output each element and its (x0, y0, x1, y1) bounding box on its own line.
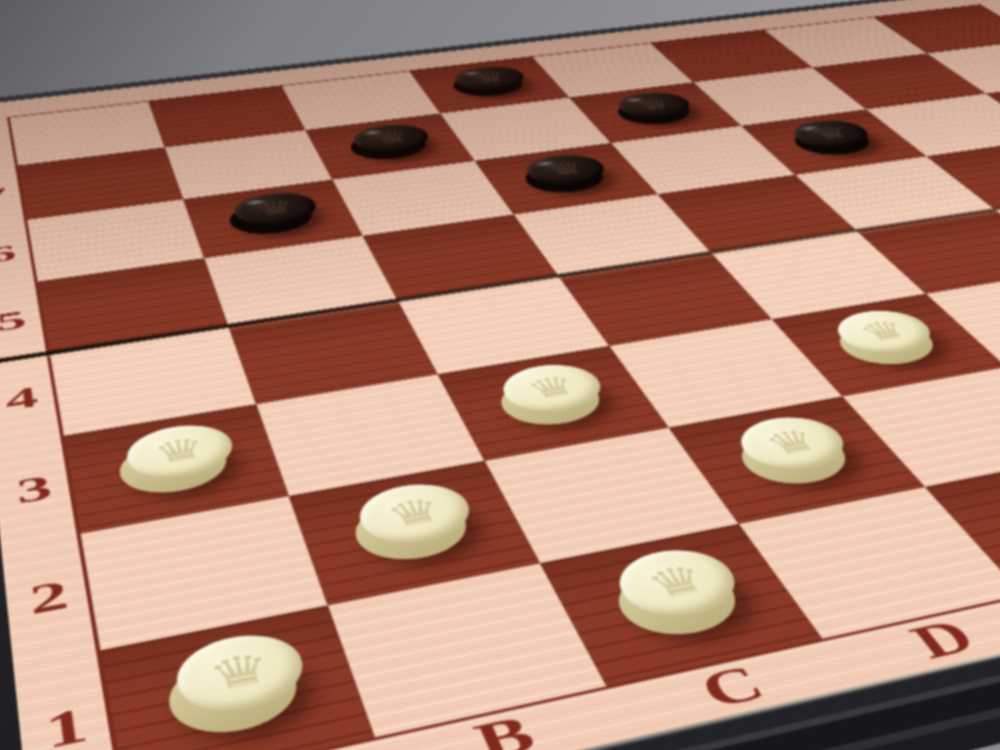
piece-top-face: ♛ (783, 117, 880, 151)
crown-engraving-icon: ♛ (251, 197, 300, 219)
black-piece-d6: ♛ (517, 159, 613, 197)
crown-engraving-icon: ♛ (541, 159, 591, 179)
piece-top-face: ♛ (605, 542, 752, 625)
rank-label-3: 3 (14, 468, 54, 512)
white-piece-c3: ♛ (490, 371, 612, 431)
black-piece-c7: ♛ (344, 128, 433, 163)
rank-label-7: 7 (0, 183, 9, 207)
checkers-board: ABCDEFGH12345678 ♛♛♛♛♛♛♛♛♛♛♛♛♛♛♛♛ (0, 0, 1000, 750)
crown-engraving-icon: ♛ (203, 646, 277, 699)
piece-top-face: ♛ (824, 305, 946, 358)
piece-top-face: ♛ (448, 63, 532, 92)
board-surface: ABCDEFGH12345678 ♛♛♛♛♛♛♛♛♛♛♛♛♛♛♛♛ (0, 0, 1000, 750)
photo-blur-layer: ABCDEFGH12345678 ♛♛♛♛♛♛♛♛♛♛♛♛♛♛♛♛ (0, 0, 1000, 750)
pieces-layer: ♛♛♛♛♛♛♛♛♛♛♛♛♛♛♛♛ (10, 5, 1000, 750)
crown-engraving-icon: ♛ (631, 96, 678, 113)
crown-engraving-icon: ♛ (381, 493, 449, 534)
white-piece-c1: ♛ (604, 559, 753, 644)
piece-top-face: ♛ (726, 411, 859, 476)
black-piece-d8: ♛ (446, 70, 530, 100)
crown-engraving-icon: ♛ (639, 559, 716, 605)
white-piece-a1: ♛ (162, 645, 307, 743)
rank-label-6: 6 (0, 240, 18, 268)
crown-engraving-icon: ♛ (852, 317, 917, 346)
piece-top-face: ♛ (347, 121, 435, 155)
white-piece-d2: ♛ (727, 424, 862, 491)
crown-engraving-icon: ♛ (368, 128, 414, 147)
rank-label-4: 4 (3, 380, 40, 417)
piece-top-face: ♛ (518, 151, 614, 188)
rank-label-5: 5 (0, 305, 28, 337)
piece-top-face: ♛ (986, 468, 1000, 541)
crown-engraving-icon: ♛ (468, 70, 512, 86)
white-piece-a3: ♛ (115, 432, 234, 500)
crown-engraving-icon: ♛ (805, 124, 856, 143)
black-piece-b6: ♛ (224, 197, 319, 238)
piece-top-face: ♛ (493, 359, 613, 418)
white-piece-b2: ♛ (346, 492, 478, 568)
photo-scene: ABCDEFGH12345678 ♛♛♛♛♛♛♛♛♛♛♛♛♛♛♛♛ (0, 0, 1000, 750)
black-piece-e7: ♛ (609, 96, 700, 128)
rank-label-8: 8 (0, 133, 1, 155)
rank-label-1: 1 (42, 696, 92, 750)
white-piece-e1: ♛ (990, 483, 1000, 558)
piece-top-face: ♛ (350, 477, 481, 551)
piece-top-face: ♛ (229, 189, 323, 230)
crown-engraving-icon: ♛ (150, 433, 211, 470)
piece-top-face: ♛ (122, 419, 239, 485)
piece-top-face: ♛ (610, 89, 700, 120)
white-piece-e3: ♛ (825, 316, 949, 370)
crown-engraving-icon: ♛ (521, 372, 584, 405)
piece-top-face: ♛ (170, 626, 313, 721)
crown-engraving-icon: ♛ (757, 425, 827, 461)
rank-label-2: 2 (27, 571, 72, 624)
black-piece-f6: ♛ (784, 124, 882, 158)
